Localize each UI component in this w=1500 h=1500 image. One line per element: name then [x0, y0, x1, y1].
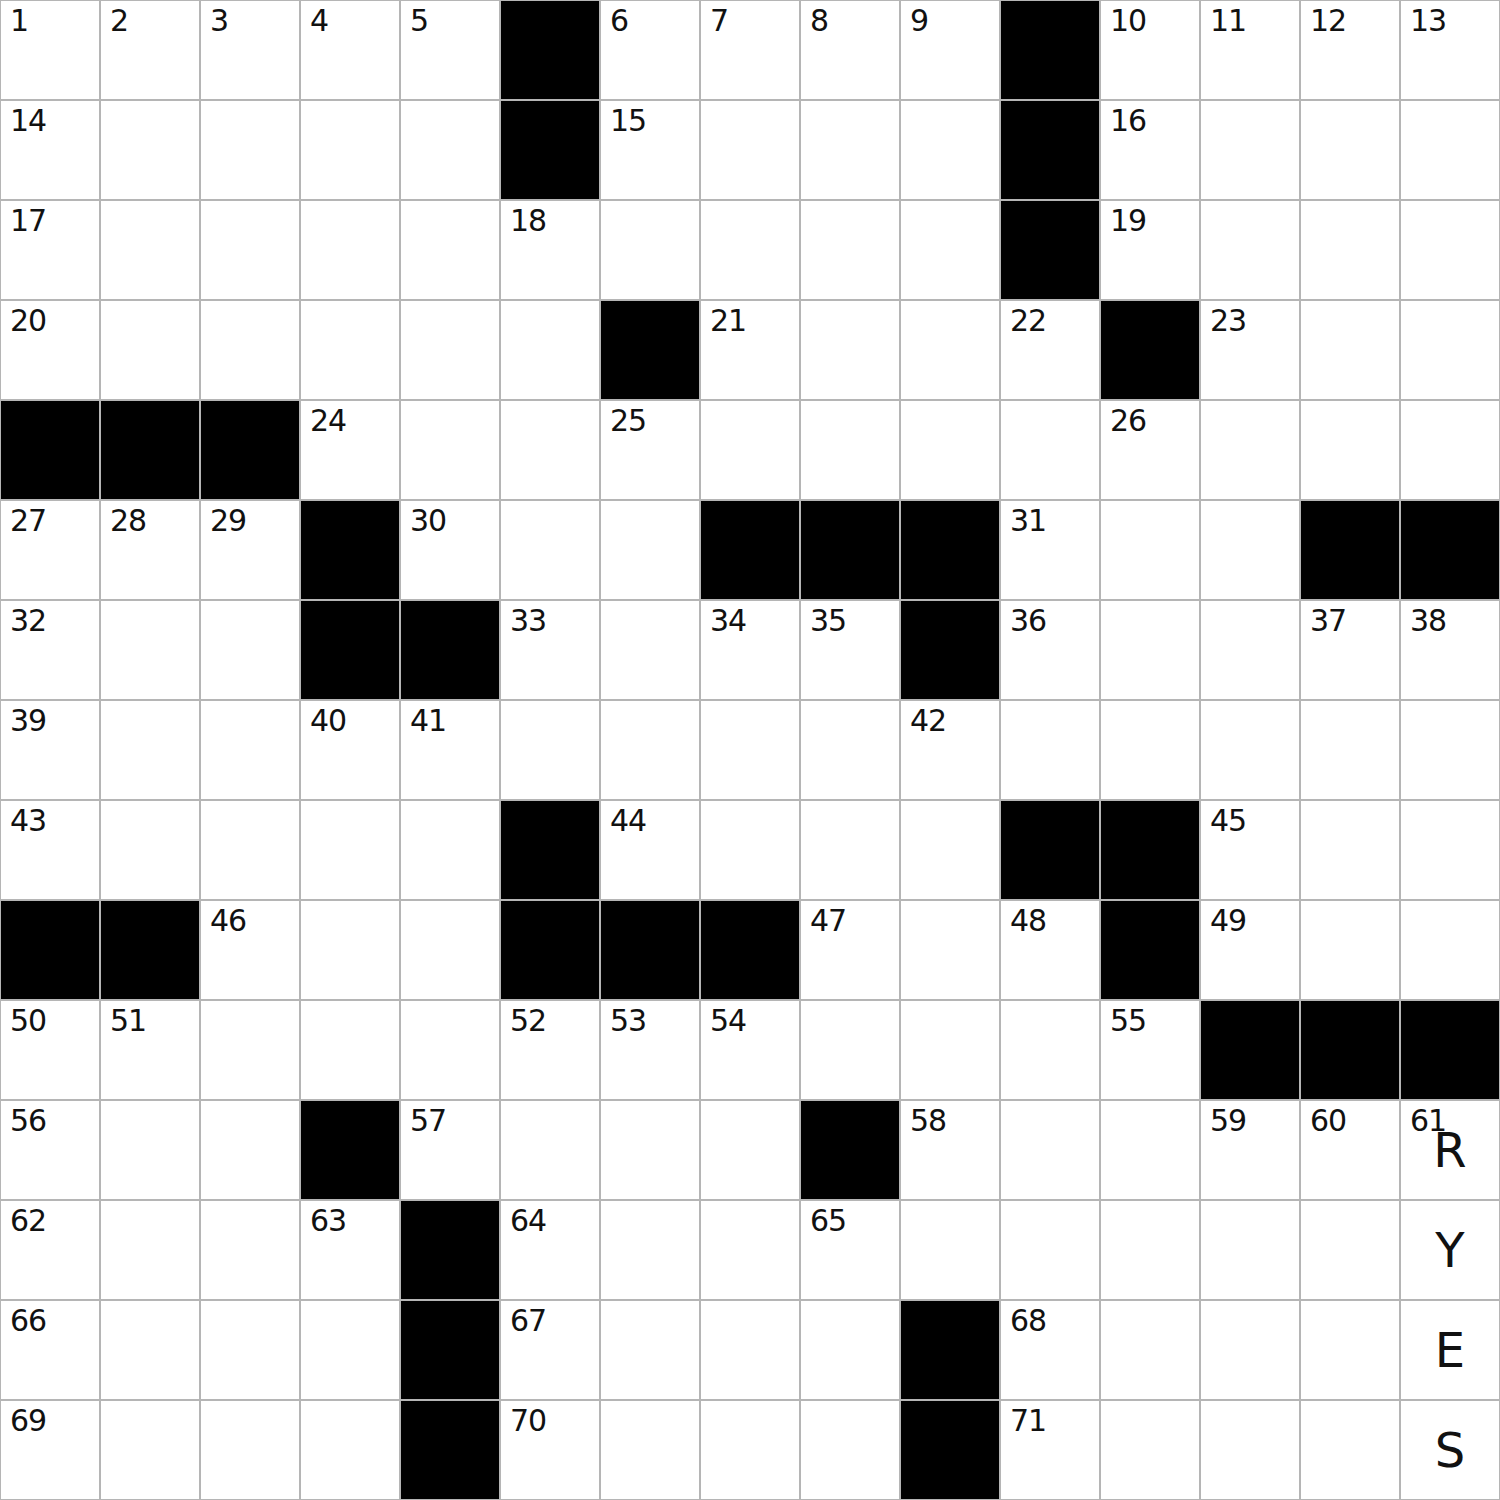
cell-r15c3[interactable] [200, 1400, 300, 1500]
cell-r8c7[interactable] [600, 700, 700, 800]
cell-r13c8[interactable] [700, 1200, 800, 1300]
cell-r10c13[interactable]: 49 [1200, 900, 1300, 1000]
cell-r2c3[interactable] [200, 100, 300, 200]
clue-number-9: 9 [910, 6, 928, 36]
cell-r15c12[interactable] [1100, 1400, 1200, 1500]
cell-r14c2[interactable] [100, 1300, 200, 1400]
clue-number-49: 49 [1210, 906, 1246, 936]
cell-r9c1[interactable]: 43 [0, 800, 100, 900]
black-cell-r10c7 [600, 900, 700, 1000]
cell-r9c4[interactable] [300, 800, 400, 900]
cell-r5c10[interactable] [900, 400, 1000, 500]
cell-r12c11[interactable] [1000, 1100, 1100, 1200]
black-cell-r4c12 [1100, 300, 1200, 400]
cell-r12c13[interactable]: 59 [1200, 1100, 1300, 1200]
cell-r5c5[interactable] [400, 400, 500, 500]
clue-number-10: 10 [1110, 6, 1146, 36]
clue-number-51: 51 [110, 1006, 146, 1036]
cell-r15c11[interactable]: 71 [1000, 1400, 1100, 1500]
cell-r7c12[interactable] [1100, 600, 1200, 700]
cell-r14c13[interactable] [1200, 1300, 1300, 1400]
cell-r10c4[interactable] [300, 900, 400, 1000]
cell-r9c9[interactable] [800, 800, 900, 900]
black-cell-r6c14 [1300, 500, 1400, 600]
black-cell-r15c5 [400, 1400, 500, 1500]
cell-r4c5[interactable] [400, 300, 500, 400]
cell-r4c13[interactable]: 23 [1200, 300, 1300, 400]
cell-r13c7[interactable] [600, 1200, 700, 1300]
black-cell-r10c12 [1100, 900, 1200, 1000]
clue-number-18: 18 [510, 206, 546, 236]
cell-r13c3[interactable] [200, 1200, 300, 1300]
cell-r12c15[interactable]: 61R [1400, 1100, 1500, 1200]
cell-r8c4[interactable]: 40 [300, 700, 400, 800]
clue-number-26: 26 [1110, 406, 1146, 436]
cell-r11c12[interactable]: 55 [1100, 1000, 1200, 1100]
black-cell-r3c11 [1000, 200, 1100, 300]
clue-number-71: 71 [1010, 1406, 1046, 1436]
cell-r6c2[interactable]: 28 [100, 500, 200, 600]
black-cell-r9c11 [1000, 800, 1100, 900]
cell-r1c5[interactable]: 5 [400, 0, 500, 100]
cell-r8c15[interactable] [1400, 700, 1500, 800]
cell-r5c7[interactable]: 25 [600, 400, 700, 500]
cell-r5c12[interactable]: 26 [1100, 400, 1200, 500]
cell-r14c12[interactable] [1100, 1300, 1200, 1400]
clue-number-57: 57 [410, 1106, 446, 1136]
black-cell-r6c9 [800, 500, 900, 600]
clue-number-28: 28 [110, 506, 146, 536]
black-cell-r1c6 [500, 0, 600, 100]
cell-r13c12[interactable] [1100, 1200, 1200, 1300]
clue-number-4: 4 [310, 6, 328, 36]
clue-number-2: 2 [110, 6, 128, 36]
cell-r13c4[interactable]: 63 [300, 1200, 400, 1300]
black-cell-r9c6 [500, 800, 600, 900]
black-cell-r10c1 [0, 900, 100, 1000]
cell-r1c9[interactable]: 8 [800, 0, 900, 100]
black-cell-r6c8 [700, 500, 800, 600]
cell-letter: S [1401, 1401, 1499, 1499]
black-cell-r11c14 [1300, 1000, 1400, 1100]
black-cell-r4c7 [600, 300, 700, 400]
clue-number-48: 48 [1010, 906, 1046, 936]
cell-r7c8[interactable]: 34 [700, 600, 800, 700]
cell-r15c7[interactable] [600, 1400, 700, 1500]
cell-r4c4[interactable] [300, 300, 400, 400]
clue-number-33: 33 [510, 606, 546, 636]
clue-number-40: 40 [310, 706, 346, 736]
clue-number-12: 12 [1310, 6, 1346, 36]
cell-r11c1[interactable]: 50 [0, 1000, 100, 1100]
cell-r4c3[interactable] [200, 300, 300, 400]
cell-r10c15[interactable] [1400, 900, 1500, 1000]
black-cell-r11c13 [1200, 1000, 1300, 1100]
clue-number-67: 67 [510, 1306, 546, 1336]
cell-r5c15[interactable] [1400, 400, 1500, 500]
cell-r14c1[interactable]: 66 [0, 1300, 100, 1400]
cell-r14c15[interactable]: E [1400, 1300, 1500, 1400]
clue-number-70: 70 [510, 1406, 546, 1436]
cell-r10c14[interactable] [1300, 900, 1400, 1000]
cell-r2c4[interactable] [300, 100, 400, 200]
clue-number-34: 34 [710, 606, 746, 636]
cell-r5c11[interactable] [1000, 400, 1100, 500]
cell-r1c15[interactable]: 13 [1400, 0, 1500, 100]
clue-number-59: 59 [1210, 1106, 1246, 1136]
clue-number-21: 21 [710, 306, 746, 336]
clue-number-42: 42 [910, 706, 946, 736]
clue-number-53: 53 [610, 1006, 646, 1036]
clue-number-15: 15 [610, 106, 646, 136]
cell-r2c5[interactable] [400, 100, 500, 200]
cell-r11c2[interactable]: 51 [100, 1000, 200, 1100]
black-cell-r14c5 [400, 1300, 500, 1400]
cell-r13c6[interactable]: 64 [500, 1200, 600, 1300]
cell-r14c14[interactable] [1300, 1300, 1400, 1400]
cell-r15c8[interactable] [700, 1400, 800, 1500]
cell-r2c8[interactable] [700, 100, 800, 200]
cell-r7c13[interactable] [1200, 600, 1300, 700]
cell-r2c10[interactable] [900, 100, 1000, 200]
cell-r6c12[interactable] [1100, 500, 1200, 600]
cell-r13c10[interactable] [900, 1200, 1000, 1300]
clue-number-35: 35 [810, 606, 846, 636]
cell-r9c10[interactable] [900, 800, 1000, 900]
black-cell-r7c10 [900, 600, 1000, 700]
cell-r14c7[interactable] [600, 1300, 700, 1400]
clue-number-63: 63 [310, 1206, 346, 1236]
clue-number-1: 1 [10, 6, 28, 36]
clue-number-6: 6 [610, 6, 628, 36]
cell-letter: R [1401, 1101, 1499, 1199]
clue-number-37: 37 [1310, 606, 1346, 636]
cell-r11c3[interactable] [200, 1000, 300, 1100]
clue-number-39: 39 [10, 706, 46, 736]
cell-r3c6[interactable]: 18 [500, 200, 600, 300]
cell-r6c5[interactable]: 30 [400, 500, 500, 600]
cell-r3c2[interactable] [100, 200, 200, 300]
cell-r5c4[interactable]: 24 [300, 400, 400, 500]
clue-number-14: 14 [10, 106, 46, 136]
cell-r3c4[interactable] [300, 200, 400, 300]
black-cell-r2c6 [500, 100, 600, 200]
cell-r15c15[interactable]: S [1400, 1400, 1500, 1500]
clue-number-66: 66 [10, 1306, 46, 1336]
cell-r7c14[interactable]: 37 [1300, 600, 1400, 700]
cell-r5c13[interactable] [1200, 400, 1300, 500]
cell-r12c3[interactable] [200, 1100, 300, 1200]
cell-r15c13[interactable] [1200, 1400, 1300, 1500]
cell-r13c13[interactable] [1200, 1200, 1300, 1300]
clue-number-45: 45 [1210, 806, 1246, 836]
cell-r12c10[interactable]: 58 [900, 1100, 1000, 1200]
cell-r6c11[interactable]: 31 [1000, 500, 1100, 600]
cell-r4c10[interactable] [900, 300, 1000, 400]
clue-number-43: 43 [10, 806, 46, 836]
cell-r1c4[interactable]: 4 [300, 0, 400, 100]
clue-number-3: 3 [210, 6, 228, 36]
cell-r12c8[interactable] [700, 1100, 800, 1200]
clue-number-32: 32 [10, 606, 46, 636]
cell-r8c3[interactable] [200, 700, 300, 800]
cell-r10c11[interactable]: 48 [1000, 900, 1100, 1000]
cell-r1c14[interactable]: 12 [1300, 0, 1400, 100]
cell-r3c8[interactable] [700, 200, 800, 300]
cell-r14c11[interactable]: 68 [1000, 1300, 1100, 1400]
cell-r1c7[interactable]: 6 [600, 0, 700, 100]
cell-r2c12[interactable]: 16 [1100, 100, 1200, 200]
cell-r1c3[interactable]: 3 [200, 0, 300, 100]
cell-r4c14[interactable] [1300, 300, 1400, 400]
cell-r12c1[interactable]: 56 [0, 1100, 100, 1200]
clue-number-62: 62 [10, 1206, 46, 1236]
cell-r13c2[interactable] [100, 1200, 200, 1300]
cell-r12c5[interactable]: 57 [400, 1100, 500, 1200]
cell-r8c6[interactable] [500, 700, 600, 800]
cell-r9c7[interactable]: 44 [600, 800, 700, 900]
cell-letter: E [1401, 1301, 1499, 1399]
cell-r14c3[interactable] [200, 1300, 300, 1400]
cell-r4c15[interactable] [1400, 300, 1500, 400]
cell-r6c7[interactable] [600, 500, 700, 600]
cell-r14c8[interactable] [700, 1300, 800, 1400]
black-cell-r5c2 [100, 400, 200, 500]
cell-r8c2[interactable] [100, 700, 200, 800]
cell-r14c6[interactable]: 67 [500, 1300, 600, 1400]
cell-r9c2[interactable] [100, 800, 200, 900]
cell-r6c13[interactable] [1200, 500, 1300, 600]
clue-number-5: 5 [410, 6, 428, 36]
cell-r7c6[interactable]: 33 [500, 600, 600, 700]
cell-r3c7[interactable] [600, 200, 700, 300]
cell-r11c8[interactable]: 54 [700, 1000, 800, 1100]
cell-r13c9[interactable]: 65 [800, 1200, 900, 1300]
cell-r9c15[interactable] [1400, 800, 1500, 900]
cell-r8c5[interactable]: 41 [400, 700, 500, 800]
black-cell-r13c5 [400, 1200, 500, 1300]
cell-r7c7[interactable] [600, 600, 700, 700]
clue-number-38: 38 [1410, 606, 1446, 636]
cell-r4c9[interactable] [800, 300, 900, 400]
black-cell-r7c4 [300, 600, 400, 700]
black-cell-r12c9 [800, 1100, 900, 1200]
cell-r7c15[interactable]: 38 [1400, 600, 1500, 700]
cell-r11c10[interactable] [900, 1000, 1000, 1100]
cell-r7c11[interactable]: 36 [1000, 600, 1100, 700]
cell-r4c8[interactable]: 21 [700, 300, 800, 400]
cell-r10c9[interactable]: 47 [800, 900, 900, 1000]
cell-r4c2[interactable] [100, 300, 200, 400]
cell-r12c14[interactable]: 60 [1300, 1100, 1400, 1200]
cell-r11c4[interactable] [300, 1000, 400, 1100]
cell-r9c5[interactable] [400, 800, 500, 900]
black-cell-r12c4 [300, 1100, 400, 1200]
black-cell-r5c1 [0, 400, 100, 500]
cell-r7c3[interactable] [200, 600, 300, 700]
cell-r8c11[interactable] [1000, 700, 1100, 800]
cell-r14c4[interactable] [300, 1300, 400, 1400]
cell-r13c11[interactable] [1000, 1200, 1100, 1300]
clue-number-22: 22 [1010, 306, 1046, 336]
clue-number-44: 44 [610, 806, 646, 836]
cell-r3c14[interactable] [1300, 200, 1400, 300]
black-cell-r11c15 [1400, 1000, 1500, 1100]
cell-r8c12[interactable] [1100, 700, 1200, 800]
clue-number-50: 50 [10, 1006, 46, 1036]
cell-r6c6[interactable] [500, 500, 600, 600]
cell-r6c1[interactable]: 27 [0, 500, 100, 600]
black-cell-r6c15 [1400, 500, 1500, 600]
cell-r11c5[interactable] [400, 1000, 500, 1100]
clue-number-55: 55 [1110, 1006, 1146, 1036]
cell-r2c1[interactable]: 14 [0, 100, 100, 200]
cell-r15c2[interactable] [100, 1400, 200, 1500]
clue-number-24: 24 [310, 406, 346, 436]
black-cell-r9c12 [1100, 800, 1200, 900]
black-cell-r10c8 [700, 900, 800, 1000]
cell-r8c10[interactable]: 42 [900, 700, 1000, 800]
cell-r10c5[interactable] [400, 900, 500, 1000]
cell-r2c9[interactable] [800, 100, 900, 200]
black-cell-r7c5 [400, 600, 500, 700]
cell-r9c3[interactable] [200, 800, 300, 900]
cell-r2c7[interactable]: 15 [600, 100, 700, 200]
cell-r15c6[interactable]: 70 [500, 1400, 600, 1500]
cell-r15c4[interactable] [300, 1400, 400, 1500]
clue-number-7: 7 [710, 6, 728, 36]
cell-r11c9[interactable] [800, 1000, 900, 1100]
cell-r2c15[interactable] [1400, 100, 1500, 200]
cell-r9c14[interactable] [1300, 800, 1400, 900]
cell-r1c8[interactable]: 7 [700, 0, 800, 100]
cell-r5c6[interactable] [500, 400, 600, 500]
clue-number-47: 47 [810, 906, 846, 936]
cell-r10c3[interactable]: 46 [200, 900, 300, 1000]
crossword-board: 1234567891011121314151617181920212223242… [0, 0, 1500, 1500]
clue-number-31: 31 [1010, 506, 1046, 536]
cell-r2c14[interactable] [1300, 100, 1400, 200]
clue-number-16: 16 [1110, 106, 1146, 136]
clue-number-30: 30 [410, 506, 446, 536]
cell-r8c1[interactable]: 39 [0, 700, 100, 800]
clue-number-8: 8 [810, 6, 828, 36]
cell-r13c1[interactable]: 62 [0, 1200, 100, 1300]
cell-r11c11[interactable] [1000, 1000, 1100, 1100]
cell-r11c7[interactable]: 53 [600, 1000, 700, 1100]
clue-number-23: 23 [1210, 306, 1246, 336]
cell-r8c9[interactable] [800, 700, 900, 800]
cell-r8c13[interactable] [1200, 700, 1300, 800]
cell-r1c2[interactable]: 2 [100, 0, 200, 100]
cell-r5c14[interactable] [1300, 400, 1400, 500]
cell-r7c9[interactable]: 35 [800, 600, 900, 700]
cell-r15c14[interactable] [1300, 1400, 1400, 1500]
cell-r3c13[interactable] [1200, 200, 1300, 300]
clue-number-27: 27 [10, 506, 46, 536]
clue-number-52: 52 [510, 1006, 546, 1036]
cell-r12c12[interactable] [1100, 1100, 1200, 1200]
clue-number-60: 60 [1310, 1106, 1346, 1136]
clue-number-65: 65 [810, 1206, 846, 1236]
cell-letter: Y [1401, 1201, 1499, 1299]
cell-r3c12[interactable]: 19 [1100, 200, 1200, 300]
clue-number-69: 69 [10, 1406, 46, 1436]
cell-r13c14[interactable] [1300, 1200, 1400, 1300]
cell-r9c13[interactable]: 45 [1200, 800, 1300, 900]
black-cell-r10c2 [100, 900, 200, 1000]
cell-r2c13[interactable] [1200, 100, 1300, 200]
cell-r4c6[interactable] [500, 300, 600, 400]
cell-r12c6[interactable] [500, 1100, 600, 1200]
cell-r9c8[interactable] [700, 800, 800, 900]
cell-r3c9[interactable] [800, 200, 900, 300]
cell-r15c1[interactable]: 69 [0, 1400, 100, 1500]
cell-r3c10[interactable] [900, 200, 1000, 300]
black-cell-r15c10 [900, 1400, 1000, 1500]
cell-r1c13[interactable]: 11 [1200, 0, 1300, 100]
black-cell-r2c11 [1000, 100, 1100, 200]
clue-number-58: 58 [910, 1106, 946, 1136]
cell-r1c1[interactable]: 1 [0, 0, 100, 100]
cell-r12c7[interactable] [600, 1100, 700, 1200]
clue-number-64: 64 [510, 1206, 546, 1236]
cell-r7c2[interactable] [100, 600, 200, 700]
cell-r3c15[interactable] [1400, 200, 1500, 300]
cell-r6c3[interactable]: 29 [200, 500, 300, 600]
clue-number-25: 25 [610, 406, 646, 436]
clue-number-29: 29 [210, 506, 246, 536]
cell-r10c10[interactable] [900, 900, 1000, 1000]
clue-number-68: 68 [1010, 1306, 1046, 1336]
cell-r1c10[interactable]: 9 [900, 0, 1000, 100]
clue-number-13: 13 [1410, 6, 1446, 36]
cell-r1c12[interactable]: 10 [1100, 0, 1200, 100]
cell-r4c1[interactable]: 20 [0, 300, 100, 400]
black-cell-r1c11 [1000, 0, 1100, 100]
cell-r12c2[interactable] [100, 1100, 200, 1200]
black-cell-r5c3 [200, 400, 300, 500]
black-cell-r10c6 [500, 900, 600, 1000]
cell-r14c9[interactable] [800, 1300, 900, 1400]
cell-r11c6[interactable]: 52 [500, 1000, 600, 1100]
cell-r2c2[interactable] [100, 100, 200, 200]
cell-r5c9[interactable] [800, 400, 900, 500]
clue-number-56: 56 [10, 1106, 46, 1136]
clue-number-36: 36 [1010, 606, 1046, 636]
cell-r3c3[interactable] [200, 200, 300, 300]
cell-r8c14[interactable] [1300, 700, 1400, 800]
cell-r3c5[interactable] [400, 200, 500, 300]
clue-number-17: 17 [10, 206, 46, 236]
clue-number-46: 46 [210, 906, 246, 936]
cell-r5c8[interactable] [700, 400, 800, 500]
cell-r7c1[interactable]: 32 [0, 600, 100, 700]
black-cell-r6c4 [300, 500, 400, 600]
clue-number-41: 41 [410, 706, 446, 736]
black-cell-r6c10 [900, 500, 1000, 600]
clue-number-19: 19 [1110, 206, 1146, 236]
cell-r3c1[interactable]: 17 [0, 200, 100, 300]
clue-number-54: 54 [710, 1006, 746, 1036]
cell-r13c15[interactable]: Y [1400, 1200, 1500, 1300]
cell-r4c11[interactable]: 22 [1000, 300, 1100, 400]
clue-number-11: 11 [1210, 6, 1246, 36]
cell-r8c8[interactable] [700, 700, 800, 800]
black-cell-r14c10 [900, 1300, 1000, 1400]
cell-r15c9[interactable] [800, 1400, 900, 1500]
clue-number-20: 20 [10, 306, 46, 336]
